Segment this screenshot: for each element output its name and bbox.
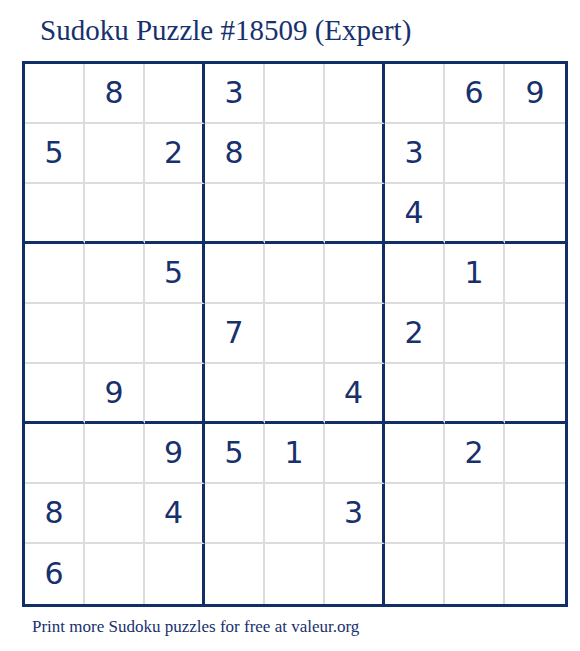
- footer-text: Print more Sudoku puzzles for free at va…: [32, 617, 359, 637]
- cell-r2c1[interactable]: 5: [25, 124, 85, 184]
- cell-r8c1[interactable]: 8: [25, 484, 85, 544]
- cell-r8c8[interactable]: [445, 484, 505, 544]
- cell-r6c7[interactable]: [385, 364, 445, 424]
- cell-r7c9[interactable]: [505, 424, 565, 484]
- cell-r1c1[interactable]: [25, 64, 85, 124]
- cell-r1c5[interactable]: [265, 64, 325, 124]
- cell-r1c2[interactable]: 8: [85, 64, 145, 124]
- cell-r9c4[interactable]: [205, 544, 265, 604]
- cell-r9c8[interactable]: [445, 544, 505, 604]
- cell-r6c1[interactable]: [25, 364, 85, 424]
- cell-r8c3[interactable]: 4: [145, 484, 205, 544]
- cell-r2c6[interactable]: [325, 124, 385, 184]
- cell-r5c6[interactable]: [325, 304, 385, 364]
- cell-r8c9[interactable]: [505, 484, 565, 544]
- sudoku-board: 83695283451729495128436: [22, 61, 568, 607]
- cell-r2c7[interactable]: 3: [385, 124, 445, 184]
- cell-r9c3[interactable]: [145, 544, 205, 604]
- cell-r7c4[interactable]: 5: [205, 424, 265, 484]
- cell-r7c5[interactable]: 1: [265, 424, 325, 484]
- cell-r6c6[interactable]: 4: [325, 364, 385, 424]
- cell-r1c8[interactable]: 6: [445, 64, 505, 124]
- cell-r2c4[interactable]: 8: [205, 124, 265, 184]
- cell-r9c1[interactable]: 6: [25, 544, 85, 604]
- cell-r8c5[interactable]: [265, 484, 325, 544]
- cell-r4c8[interactable]: 1: [445, 244, 505, 304]
- cell-r9c7[interactable]: [385, 544, 445, 604]
- cell-r3c8[interactable]: [445, 184, 505, 244]
- cell-r9c2[interactable]: [85, 544, 145, 604]
- cell-r3c6[interactable]: [325, 184, 385, 244]
- cell-r8c2[interactable]: [85, 484, 145, 544]
- cell-r4c7[interactable]: [385, 244, 445, 304]
- cell-r1c3[interactable]: [145, 64, 205, 124]
- cell-r5c3[interactable]: [145, 304, 205, 364]
- cell-r8c4[interactable]: [205, 484, 265, 544]
- cell-r7c3[interactable]: 9: [145, 424, 205, 484]
- sudoku-print-page: Sudoku Puzzle #18509 (Expert) 8369528345…: [0, 0, 580, 651]
- cell-r3c4[interactable]: [205, 184, 265, 244]
- cell-r3c1[interactable]: [25, 184, 85, 244]
- cell-r8c7[interactable]: [385, 484, 445, 544]
- cell-r2c2[interactable]: [85, 124, 145, 184]
- cell-r6c9[interactable]: [505, 364, 565, 424]
- cell-r4c3[interactable]: 5: [145, 244, 205, 304]
- cell-r6c5[interactable]: [265, 364, 325, 424]
- cell-r9c9[interactable]: [505, 544, 565, 604]
- cell-r6c3[interactable]: [145, 364, 205, 424]
- cell-r4c1[interactable]: [25, 244, 85, 304]
- cell-r5c7[interactable]: 2: [385, 304, 445, 364]
- cell-r3c7[interactable]: 4: [385, 184, 445, 244]
- cell-r3c9[interactable]: [505, 184, 565, 244]
- page-title: Sudoku Puzzle #18509 (Expert): [40, 14, 411, 47]
- cell-r5c9[interactable]: [505, 304, 565, 364]
- cell-r5c5[interactable]: [265, 304, 325, 364]
- cell-r3c5[interactable]: [265, 184, 325, 244]
- cell-r5c1[interactable]: [25, 304, 85, 364]
- cell-r7c2[interactable]: [85, 424, 145, 484]
- cell-r5c4[interactable]: 7: [205, 304, 265, 364]
- cell-r5c2[interactable]: [85, 304, 145, 364]
- cell-r1c4[interactable]: 3: [205, 64, 265, 124]
- cell-r1c9[interactable]: 9: [505, 64, 565, 124]
- cell-r6c2[interactable]: 9: [85, 364, 145, 424]
- cell-r2c9[interactable]: [505, 124, 565, 184]
- cell-r9c6[interactable]: [325, 544, 385, 604]
- cell-r4c2[interactable]: [85, 244, 145, 304]
- cell-r1c6[interactable]: [325, 64, 385, 124]
- cell-r4c5[interactable]: [265, 244, 325, 304]
- cell-r3c3[interactable]: [145, 184, 205, 244]
- cell-r9c5[interactable]: [265, 544, 325, 604]
- cell-r1c7[interactable]: [385, 64, 445, 124]
- cell-r7c6[interactable]: [325, 424, 385, 484]
- cell-r4c6[interactable]: [325, 244, 385, 304]
- cell-r6c4[interactable]: [205, 364, 265, 424]
- cell-r8c6[interactable]: 3: [325, 484, 385, 544]
- cell-r4c4[interactable]: [205, 244, 265, 304]
- cell-r7c1[interactable]: [25, 424, 85, 484]
- cell-r2c3[interactable]: 2: [145, 124, 205, 184]
- cell-r7c8[interactable]: 2: [445, 424, 505, 484]
- cell-r5c8[interactable]: [445, 304, 505, 364]
- cell-r2c5[interactable]: [265, 124, 325, 184]
- cell-r7c7[interactable]: [385, 424, 445, 484]
- cell-r6c8[interactable]: [445, 364, 505, 424]
- cell-r2c8[interactable]: [445, 124, 505, 184]
- cell-r4c9[interactable]: [505, 244, 565, 304]
- cell-r3c2[interactable]: [85, 184, 145, 244]
